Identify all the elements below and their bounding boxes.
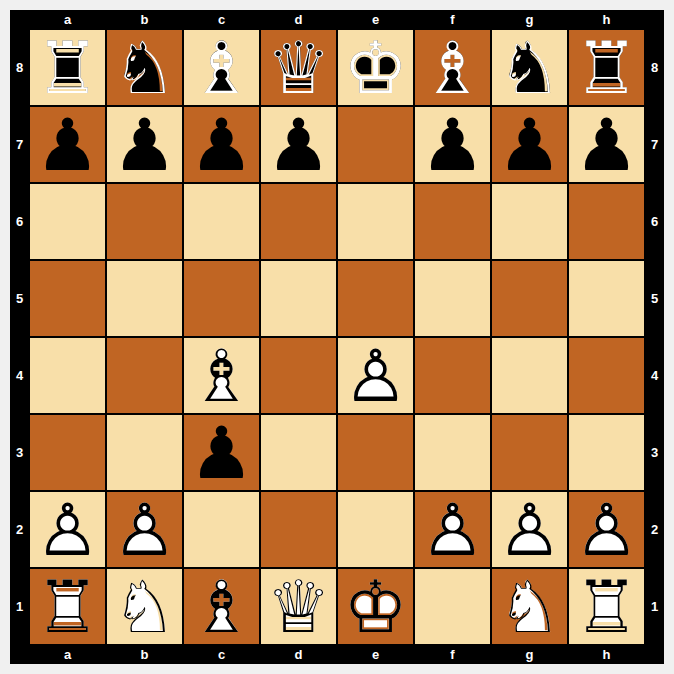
rank-label-5: 5	[10, 260, 29, 337]
rank-label-4: 4	[645, 337, 664, 414]
black-rook[interactable]: ♜♖	[569, 30, 644, 105]
square-b7[interactable]: ♟♙	[106, 106, 183, 183]
square-d1[interactable]: ♛♕	[260, 568, 337, 645]
black-bishop[interactable]: ♝♗	[184, 30, 259, 105]
square-b4[interactable]	[106, 337, 183, 414]
square-f2[interactable]: ♟♙	[414, 491, 491, 568]
white-pawn-outline: ♙	[107, 492, 182, 567]
square-c7[interactable]: ♟♙	[183, 106, 260, 183]
board-grid: ♜♖♞♘♝♗♛♕♚♔♝♗♞♘♜♖♟♙♟♙♟♙♟♙♟♙♟♙♟♙♝♗♟♙♟♙♟♙♟♙…	[29, 29, 645, 645]
square-e3[interactable]	[337, 414, 414, 491]
white-knight[interactable]: ♞♘	[492, 569, 567, 644]
black-pawn[interactable]: ♟♙	[107, 107, 182, 182]
white-queen[interactable]: ♛♕	[261, 569, 336, 644]
rank-label-8: 8	[645, 29, 664, 106]
square-a5[interactable]	[29, 260, 106, 337]
square-b5[interactable]	[106, 260, 183, 337]
black-pawn[interactable]: ♟♙	[184, 107, 259, 182]
black-pawn[interactable]: ♟♙	[415, 107, 490, 182]
black-pawn[interactable]: ♟♙	[261, 107, 336, 182]
rank-label-6: 6	[645, 183, 664, 260]
square-c2[interactable]	[183, 491, 260, 568]
black-queen-outline: ♕	[261, 30, 336, 105]
square-c5[interactable]	[183, 260, 260, 337]
rank-label-8: 8	[10, 29, 29, 106]
square-b6[interactable]	[106, 183, 183, 260]
square-e4[interactable]: ♟♙	[337, 337, 414, 414]
square-d7[interactable]: ♟♙	[260, 106, 337, 183]
black-pawn[interactable]: ♟♙	[30, 107, 105, 182]
black-pawn-glyph: ♟	[107, 107, 182, 182]
square-g7[interactable]: ♟♙	[491, 106, 568, 183]
page: { "game": "chess", "opening_note": "Dani…	[0, 0, 674, 674]
square-h2[interactable]: ♟♙	[568, 491, 645, 568]
white-rook[interactable]: ♜♖	[569, 569, 644, 644]
black-bishop-outline: ♗	[184, 30, 259, 105]
square-d8[interactable]: ♛♕	[260, 29, 337, 106]
white-king[interactable]: ♚♔	[338, 569, 413, 644]
square-e6[interactable]	[337, 183, 414, 260]
rank-label-2: 2	[645, 491, 664, 568]
rank-label-3: 3	[10, 414, 29, 491]
square-c8[interactable]: ♝♗	[183, 29, 260, 106]
square-h5[interactable]	[568, 260, 645, 337]
square-f8[interactable]: ♝♗	[414, 29, 491, 106]
file-label-f: f	[414, 645, 491, 664]
white-pawn-outline: ♙	[30, 492, 105, 567]
square-h6[interactable]	[568, 183, 645, 260]
white-pawn-outline: ♙	[415, 492, 490, 567]
black-pawn-glyph: ♟	[30, 107, 105, 182]
square-g4[interactable]	[491, 337, 568, 414]
square-d5[interactable]	[260, 260, 337, 337]
black-pawn[interactable]: ♟♙	[184, 415, 259, 490]
square-d2[interactable]	[260, 491, 337, 568]
square-f6[interactable]	[414, 183, 491, 260]
square-g3[interactable]	[491, 414, 568, 491]
rank-label-3: 3	[645, 414, 664, 491]
white-pawn[interactable]: ♟♙	[30, 492, 105, 567]
square-a6[interactable]	[29, 183, 106, 260]
square-a3[interactable]	[29, 414, 106, 491]
white-rook-outline: ♖	[569, 569, 644, 644]
rank-labels-left: 87654321	[10, 29, 29, 645]
square-d4[interactable]	[260, 337, 337, 414]
square-e2[interactable]	[337, 491, 414, 568]
square-h4[interactable]	[568, 337, 645, 414]
white-queen-outline: ♕	[261, 569, 336, 644]
square-f1[interactable]	[414, 568, 491, 645]
white-pawn[interactable]: ♟♙	[492, 492, 567, 567]
square-h8[interactable]: ♜♖	[568, 29, 645, 106]
square-b8[interactable]: ♞♘	[106, 29, 183, 106]
square-h7[interactable]: ♟♙	[568, 106, 645, 183]
chess-board-frame: abcdefgh abcdefgh 87654321 87654321 ♜♖♞♘…	[10, 10, 664, 664]
white-pawn[interactable]: ♟♙	[569, 492, 644, 567]
square-h1[interactable]: ♜♖	[568, 568, 645, 645]
square-a8[interactable]: ♜♖	[29, 29, 106, 106]
rank-label-1: 1	[645, 568, 664, 645]
square-b3[interactable]	[106, 414, 183, 491]
rank-label-7: 7	[645, 106, 664, 183]
square-e1[interactable]: ♚♔	[337, 568, 414, 645]
black-knight-outline: ♘	[492, 30, 567, 105]
square-c4[interactable]: ♝♗	[183, 337, 260, 414]
black-pawn-glyph: ♟	[492, 107, 567, 182]
white-rook[interactable]: ♜♖	[30, 569, 105, 644]
black-pawn-glyph: ♟	[184, 415, 259, 490]
white-bishop-outline: ♗	[184, 569, 259, 644]
square-e7[interactable]	[337, 106, 414, 183]
black-rook-outline: ♖	[569, 30, 644, 105]
white-knight-outline: ♘	[107, 569, 182, 644]
black-knight-outline: ♘	[107, 30, 182, 105]
black-queen[interactable]: ♛♕	[261, 30, 336, 105]
rank-label-7: 7	[10, 106, 29, 183]
square-g8[interactable]: ♞♘	[491, 29, 568, 106]
black-rook-outline: ♖	[30, 30, 105, 105]
rank-label-1: 1	[10, 568, 29, 645]
rank-labels-right: 87654321	[645, 29, 664, 645]
rank-label-6: 6	[10, 183, 29, 260]
white-bishop[interactable]: ♝♗	[184, 338, 259, 413]
white-knight[interactable]: ♞♘	[107, 569, 182, 644]
square-f3[interactable]	[414, 414, 491, 491]
square-a7[interactable]: ♟♙	[29, 106, 106, 183]
square-b1[interactable]: ♞♘	[106, 568, 183, 645]
black-pawn[interactable]: ♟♙	[569, 107, 644, 182]
rank-label-2: 2	[10, 491, 29, 568]
black-bishop-outline: ♗	[415, 30, 490, 105]
black-rook[interactable]: ♜♖	[30, 30, 105, 105]
white-king-outline: ♔	[338, 569, 413, 644]
square-c3[interactable]: ♟♙	[183, 414, 260, 491]
square-e5[interactable]	[337, 260, 414, 337]
square-h3[interactable]	[568, 414, 645, 491]
square-d3[interactable]	[260, 414, 337, 491]
white-rook-outline: ♖	[30, 569, 105, 644]
square-c6[interactable]	[183, 183, 260, 260]
square-a2[interactable]: ♟♙	[29, 491, 106, 568]
rank-label-5: 5	[645, 260, 664, 337]
white-bishop[interactable]: ♝♗	[184, 569, 259, 644]
black-knight[interactable]: ♞♘	[107, 30, 182, 105]
white-bishop-outline: ♗	[184, 338, 259, 413]
white-knight-outline: ♘	[492, 569, 567, 644]
black-pawn[interactable]: ♟♙	[492, 107, 567, 182]
black-king[interactable]: ♚♔	[338, 30, 413, 105]
square-f4[interactable]	[414, 337, 491, 414]
square-a4[interactable]	[29, 337, 106, 414]
black-pawn-glyph: ♟	[569, 107, 644, 182]
black-bishop[interactable]: ♝♗	[415, 30, 490, 105]
square-g6[interactable]	[491, 183, 568, 260]
black-king-outline: ♔	[338, 30, 413, 105]
black-pawn-glyph: ♟	[415, 107, 490, 182]
square-c1[interactable]: ♝♗	[183, 568, 260, 645]
rank-label-4: 4	[10, 337, 29, 414]
square-b2[interactable]: ♟♙	[106, 491, 183, 568]
square-f5[interactable]	[414, 260, 491, 337]
square-d6[interactable]	[260, 183, 337, 260]
black-pawn-glyph: ♟	[184, 107, 259, 182]
square-a1[interactable]: ♜♖	[29, 568, 106, 645]
white-pawn-outline: ♙	[492, 492, 567, 567]
white-pawn[interactable]: ♟♙	[338, 338, 413, 413]
square-g5[interactable]	[491, 260, 568, 337]
square-g1[interactable]: ♞♘	[491, 568, 568, 645]
square-f7[interactable]: ♟♙	[414, 106, 491, 183]
white-pawn[interactable]: ♟♙	[107, 492, 182, 567]
white-pawn[interactable]: ♟♙	[415, 492, 490, 567]
white-pawn-outline: ♙	[569, 492, 644, 567]
square-g2[interactable]: ♟♙	[491, 491, 568, 568]
square-e8[interactable]: ♚♔	[337, 29, 414, 106]
black-knight[interactable]: ♞♘	[492, 30, 567, 105]
white-pawn-outline: ♙	[338, 338, 413, 413]
black-pawn-glyph: ♟	[261, 107, 336, 182]
